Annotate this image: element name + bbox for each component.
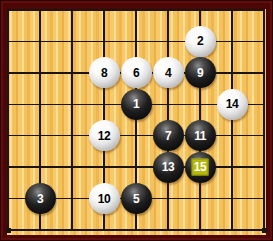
stone-white-10[interactable]: 10 [89, 183, 120, 214]
stone-number: 9 [197, 67, 203, 79]
stone-black-7[interactable]: 7 [153, 120, 184, 151]
grid-line-horizontal [7, 135, 265, 137]
stone-black-11[interactable]: 11 [185, 120, 216, 151]
stone-white-12[interactable]: 12 [89, 120, 120, 151]
stone-number: 8 [101, 67, 107, 79]
grid-line-horizontal [7, 41, 265, 43]
stone-black-9[interactable]: 9 [185, 57, 216, 88]
stone-number: 6 [133, 67, 139, 79]
stone-black-13[interactable]: 13 [153, 152, 184, 183]
grid-line-horizontal [7, 166, 265, 168]
stone-number: 12 [98, 130, 110, 142]
stone-black-1[interactable]: 1 [121, 89, 152, 120]
stone-number: 11 [194, 130, 206, 142]
edge-marker [262, 228, 267, 233]
stone-white-8[interactable]: 8 [89, 57, 120, 88]
stone-number: 4 [165, 67, 171, 79]
stone-black-5[interactable]: 5 [121, 183, 152, 214]
stone-number: 7 [165, 130, 171, 142]
stone-number: 10 [98, 193, 110, 205]
stone-black-3[interactable]: 3 [25, 183, 56, 214]
stone-number: 5 [133, 193, 139, 205]
stone-number: 1 [133, 98, 139, 110]
stone-number: 3 [37, 193, 43, 205]
go-board[interactable]: 246810121413579111315 [7, 9, 266, 235]
stone-white-4[interactable]: 4 [153, 57, 184, 88]
stone-black-15[interactable]: 15 [185, 152, 216, 183]
stone-white-6[interactable]: 6 [121, 57, 152, 88]
stone-number: 13 [162, 161, 174, 173]
go-board-frame: 246810121413579111315 [0, 0, 273, 241]
stone-white-2[interactable]: 2 [185, 26, 216, 57]
grid-line-horizontal [7, 229, 265, 231]
stone-white-14[interactable]: 14 [217, 89, 248, 120]
stone-number: 2 [197, 35, 203, 47]
edge-marker [6, 228, 11, 233]
stone-number: 15 [194, 161, 206, 173]
grid-line-horizontal [7, 9, 265, 11]
stone-number: 14 [226, 98, 238, 110]
